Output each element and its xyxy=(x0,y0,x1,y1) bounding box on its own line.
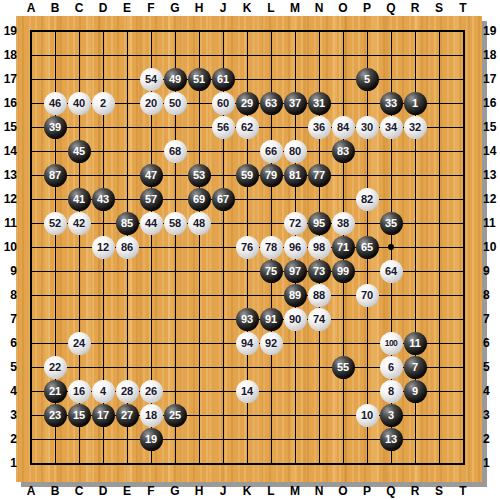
stone-white-C6[interactable]: 24 xyxy=(68,332,91,355)
stone-white-B5[interactable]: 22 xyxy=(44,356,67,379)
right-row-label: 3 xyxy=(483,408,500,422)
bottom-col-label: S xyxy=(429,484,449,498)
top-col-label: P xyxy=(357,1,377,15)
stone-white-F3[interactable]: 18 xyxy=(140,404,163,427)
stone-black-R16[interactable]: 1 xyxy=(404,92,427,115)
stone-white-G16[interactable]: 50 xyxy=(164,92,187,115)
left-row-label: 18 xyxy=(0,48,17,62)
stone-black-F2[interactable]: 19 xyxy=(140,428,163,451)
stone-black-N9[interactable]: 73 xyxy=(308,260,331,283)
stone-white-P3[interactable]: 10 xyxy=(356,404,379,427)
bottom-col-label: Q xyxy=(381,484,401,498)
right-row-label: 18 xyxy=(483,48,500,62)
top-col-label: N xyxy=(309,1,329,15)
top-col-label: D xyxy=(93,1,113,15)
right-row-label: 15 xyxy=(483,120,500,134)
stone-black-M16[interactable]: 37 xyxy=(284,92,307,115)
left-row-label: 12 xyxy=(0,192,17,206)
stone-white-E4[interactable]: 28 xyxy=(116,380,139,403)
stone-white-K6[interactable]: 94 xyxy=(236,332,259,355)
left-row-label: 3 xyxy=(0,408,17,422)
left-row-label: 11 xyxy=(0,216,17,230)
right-row-label: 6 xyxy=(483,336,500,350)
stone-white-H11[interactable]: 48 xyxy=(188,212,211,235)
stone-white-L6[interactable]: 92 xyxy=(260,332,283,355)
bottom-col-label: M xyxy=(285,484,305,498)
stone-black-N16[interactable]: 31 xyxy=(308,92,331,115)
stone-black-B4[interactable]: 21 xyxy=(44,380,67,403)
stone-white-Q15[interactable]: 34 xyxy=(380,116,403,139)
stone-black-Q2[interactable]: 13 xyxy=(380,428,403,451)
bottom-col-label: G xyxy=(165,484,185,498)
stone-black-B13[interactable]: 87 xyxy=(44,164,67,187)
right-row-label: 4 xyxy=(483,384,500,398)
stone-white-F17[interactable]: 54 xyxy=(140,68,163,91)
bottom-col-label: P xyxy=(357,484,377,498)
top-col-label: H xyxy=(189,1,209,15)
stone-white-Q5[interactable]: 6 xyxy=(380,356,403,379)
top-col-label: L xyxy=(261,1,281,15)
top-col-label: B xyxy=(45,1,65,15)
bottom-col-label: L xyxy=(261,484,281,498)
stone-black-Q11[interactable]: 35 xyxy=(380,212,403,235)
top-col-label: E xyxy=(117,1,137,15)
stone-white-K10[interactable]: 76 xyxy=(236,236,259,259)
left-row-label: 13 xyxy=(0,168,17,182)
stone-white-N8[interactable]: 88 xyxy=(308,284,331,307)
right-row-label: 12 xyxy=(483,192,500,206)
left-row-label: 6 xyxy=(0,336,17,350)
stone-white-B16[interactable]: 46 xyxy=(44,92,67,115)
stone-white-G14[interactable]: 68 xyxy=(164,140,187,163)
stone-black-M8[interactable]: 89 xyxy=(284,284,307,307)
stone-black-N13[interactable]: 77 xyxy=(308,164,331,187)
stone-black-M9[interactable]: 97 xyxy=(284,260,307,283)
left-row-label: 10 xyxy=(0,240,17,254)
stone-black-P10[interactable]: 65 xyxy=(356,236,379,259)
stone-white-C11[interactable]: 42 xyxy=(68,212,91,235)
right-row-label: 1 xyxy=(483,456,500,470)
stone-white-N7[interactable]: 74 xyxy=(308,308,331,331)
stone-white-P12[interactable]: 82 xyxy=(356,188,379,211)
stone-white-P15[interactable]: 30 xyxy=(356,116,379,139)
right-row-label: 8 xyxy=(483,288,500,302)
stone-white-K4[interactable]: 14 xyxy=(236,380,259,403)
right-row-label: 2 xyxy=(483,432,500,446)
stone-black-H12[interactable]: 69 xyxy=(188,188,211,211)
right-row-label: 17 xyxy=(483,72,500,86)
top-col-label: J xyxy=(213,1,233,15)
stone-black-L13[interactable]: 79 xyxy=(260,164,283,187)
stone-white-E10[interactable]: 86 xyxy=(116,236,139,259)
stone-white-C4[interactable]: 16 xyxy=(68,380,91,403)
stone-black-N11[interactable]: 95 xyxy=(308,212,331,235)
stone-black-M13[interactable]: 81 xyxy=(284,164,307,187)
stone-white-P8[interactable]: 70 xyxy=(356,284,379,307)
stone-white-N10[interactable]: 98 xyxy=(308,236,331,259)
stone-black-O9[interactable]: 99 xyxy=(332,260,355,283)
stone-black-B3[interactable]: 23 xyxy=(44,404,67,427)
stone-white-R15[interactable]: 32 xyxy=(404,116,427,139)
left-row-label: 14 xyxy=(0,144,17,158)
stone-black-H13[interactable]: 53 xyxy=(188,164,211,187)
bottom-col-label: B xyxy=(45,484,65,498)
stone-white-J16[interactable]: 60 xyxy=(212,92,235,115)
stone-black-F13[interactable]: 47 xyxy=(140,164,163,187)
left-row-label: 5 xyxy=(0,360,17,374)
stone-white-D4[interactable]: 4 xyxy=(92,380,115,403)
top-col-label: A xyxy=(21,1,41,15)
top-col-label: Q xyxy=(381,1,401,15)
left-row-label: 7 xyxy=(0,312,17,326)
stone-black-C3[interactable]: 15 xyxy=(68,404,91,427)
stone-white-F16[interactable]: 20 xyxy=(140,92,163,115)
right-row-label: 14 xyxy=(483,144,500,158)
bottom-col-label: F xyxy=(141,484,161,498)
top-col-label: F xyxy=(141,1,161,15)
stone-white-L14[interactable]: 66 xyxy=(260,140,283,163)
stone-black-C12[interactable]: 41 xyxy=(68,188,91,211)
stone-black-G17[interactable]: 49 xyxy=(164,68,187,91)
stone-black-L9[interactable]: 75 xyxy=(260,260,283,283)
stone-white-K15[interactable]: 62 xyxy=(236,116,259,139)
left-row-label: 8 xyxy=(0,288,17,302)
right-row-label: 19 xyxy=(483,24,500,38)
stone-white-L10[interactable]: 78 xyxy=(260,236,283,259)
stone-white-D10[interactable]: 12 xyxy=(92,236,115,259)
right-row-label: 5 xyxy=(483,360,500,374)
stone-white-G11[interactable]: 58 xyxy=(164,212,187,235)
stone-black-R5[interactable]: 7 xyxy=(404,356,427,379)
stone-white-B11[interactable]: 52 xyxy=(44,212,67,235)
stone-black-O10[interactable]: 71 xyxy=(332,236,355,259)
top-col-label: O xyxy=(333,1,353,15)
stone-white-N15[interactable]: 36 xyxy=(308,116,331,139)
top-col-label: C xyxy=(69,1,89,15)
stone-black-L16[interactable]: 63 xyxy=(260,92,283,115)
stone-black-O5[interactable]: 55 xyxy=(332,356,355,379)
stone-black-F12[interactable]: 57 xyxy=(140,188,163,211)
top-col-label: G xyxy=(165,1,185,15)
left-row-label: 15 xyxy=(0,120,17,134)
go-game-diagram: AABBCCDDEEFFGGHHJJKKLLMMNNOOPPQQRRSSTT19… xyxy=(0,0,500,500)
stone-white-C16[interactable]: 40 xyxy=(68,92,91,115)
right-row-label: 9 xyxy=(483,264,500,278)
bottom-col-label: R xyxy=(405,484,425,498)
bottom-col-label: K xyxy=(237,484,257,498)
bottom-col-label: T xyxy=(453,484,473,498)
right-row-label: 13 xyxy=(483,168,500,182)
left-row-label: 19 xyxy=(0,24,17,38)
stone-white-D16[interactable]: 2 xyxy=(92,92,115,115)
left-row-label: 16 xyxy=(0,96,17,110)
bottom-col-label: D xyxy=(93,484,113,498)
stone-black-J12[interactable]: 67 xyxy=(212,188,235,211)
stone-black-R6[interactable]: 11 xyxy=(404,332,427,355)
right-row-label: 16 xyxy=(483,96,500,110)
right-row-label: 10 xyxy=(483,240,500,254)
stone-white-M14[interactable]: 80 xyxy=(284,140,307,163)
stone-white-O11[interactable]: 38 xyxy=(332,212,355,235)
left-row-label: 4 xyxy=(0,384,17,398)
bottom-col-label: H xyxy=(189,484,209,498)
stone-black-E11[interactable]: 85 xyxy=(116,212,139,235)
stone-white-M10[interactable]: 96 xyxy=(284,236,307,259)
top-col-label: K xyxy=(237,1,257,15)
bottom-col-label: C xyxy=(69,484,89,498)
stone-black-K13[interactable]: 59 xyxy=(236,164,259,187)
stone-white-Q6[interactable]: 100 xyxy=(380,332,403,355)
stone-white-F11[interactable]: 44 xyxy=(140,212,163,235)
top-col-label: M xyxy=(285,1,305,15)
stone-white-Q4[interactable]: 8 xyxy=(380,380,403,403)
left-row-label: 2 xyxy=(0,432,17,446)
stone-black-E3[interactable]: 27 xyxy=(116,404,139,427)
stone-white-O15[interactable]: 84 xyxy=(332,116,355,139)
stone-black-D3[interactable]: 17 xyxy=(92,404,115,427)
bottom-col-label: O xyxy=(333,484,353,498)
left-row-label: 17 xyxy=(0,72,17,86)
stone-black-K16[interactable]: 29 xyxy=(236,92,259,115)
top-col-label: S xyxy=(429,1,449,15)
stone-black-K7[interactable]: 93 xyxy=(236,308,259,331)
stone-black-O14[interactable]: 83 xyxy=(332,140,355,163)
left-row-label: 9 xyxy=(0,264,17,278)
stone-black-R4[interactable]: 9 xyxy=(404,380,427,403)
right-row-label: 11 xyxy=(483,216,500,230)
stone-black-P17[interactable]: 5 xyxy=(356,68,379,91)
bottom-col-label: E xyxy=(117,484,137,498)
hoshi-point xyxy=(388,244,394,250)
bottom-col-label: N xyxy=(309,484,329,498)
top-col-label: R xyxy=(405,1,425,15)
stone-white-M7[interactable]: 90 xyxy=(284,308,307,331)
stone-black-G3[interactable]: 25 xyxy=(164,404,187,427)
stone-black-C14[interactable]: 45 xyxy=(68,140,91,163)
stone-white-M11[interactable]: 72 xyxy=(284,212,307,235)
stone-black-H17[interactable]: 51 xyxy=(188,68,211,91)
top-col-label: T xyxy=(453,1,473,15)
right-row-label: 7 xyxy=(483,312,500,326)
bottom-col-label: J xyxy=(213,484,233,498)
stone-black-L7[interactable]: 91 xyxy=(260,308,283,331)
bottom-col-label: A xyxy=(21,484,41,498)
stone-black-J17[interactable]: 61 xyxy=(212,68,235,91)
stone-black-Q16[interactable]: 33 xyxy=(380,92,403,115)
stone-white-F4[interactable]: 26 xyxy=(140,380,163,403)
stone-white-Q9[interactable]: 64 xyxy=(380,260,403,283)
left-row-label: 1 xyxy=(0,456,17,470)
stone-black-Q3[interactable]: 3 xyxy=(380,404,403,427)
stone-black-B15[interactable]: 39 xyxy=(44,116,67,139)
stone-white-J15[interactable]: 56 xyxy=(212,116,235,139)
stone-black-D12[interactable]: 43 xyxy=(92,188,115,211)
